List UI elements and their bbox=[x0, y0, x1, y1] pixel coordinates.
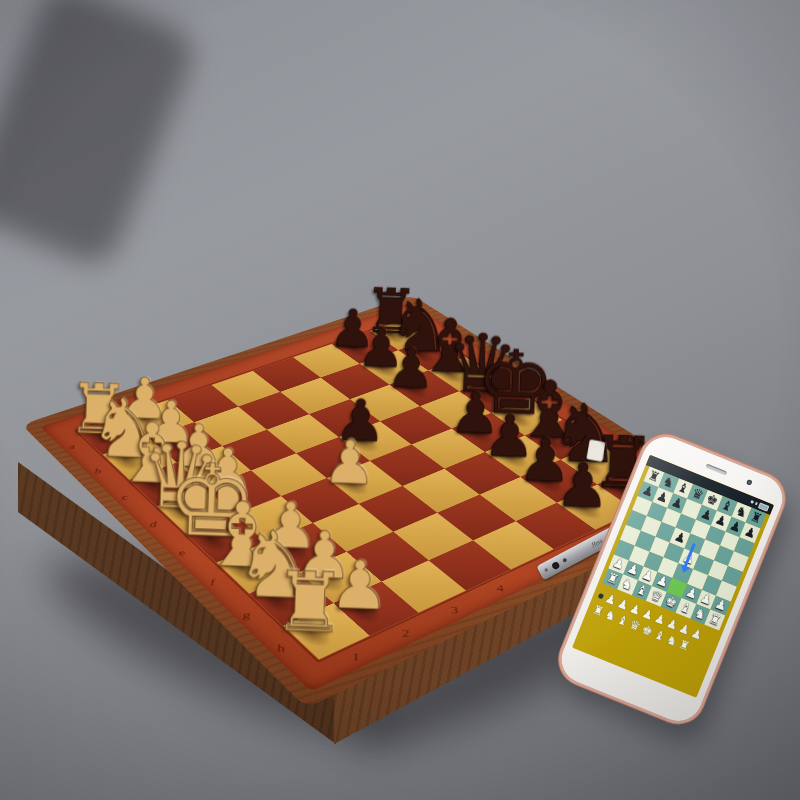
tray-piece-R[interactable]: ♜ bbox=[677, 638, 691, 653]
signal-icon bbox=[750, 500, 753, 503]
speaker-icon bbox=[705, 464, 727, 475]
bullet-dot-icon bbox=[598, 592, 605, 599]
power-jack-icon[interactable] bbox=[551, 560, 560, 569]
piece-white-P-e4: ♟ bbox=[322, 433, 377, 491]
wifi-icon bbox=[755, 502, 758, 505]
piece-white-R-h1: ♜ bbox=[271, 562, 348, 643]
phone-piece-white-R-h1[interactable]: ♜ bbox=[707, 611, 723, 627]
button-icon[interactable] bbox=[562, 558, 567, 563]
front-camera-icon bbox=[746, 479, 753, 486]
screw-icon bbox=[544, 567, 549, 572]
photo-stage: Jhss ♜♞♝♛♚♝♞♜♟♟♟♟♟♟♟♟♟♟♟♟♟♟♟♟♜♞♝♛♚♝♞♜ ab… bbox=[0, 0, 800, 800]
phone-piece-black-P-h7[interactable]: ♟ bbox=[743, 524, 759, 540]
tray-piece-P[interactable]: ♟ bbox=[690, 627, 704, 642]
piece-black-P-h7: ♟ bbox=[555, 457, 611, 516]
